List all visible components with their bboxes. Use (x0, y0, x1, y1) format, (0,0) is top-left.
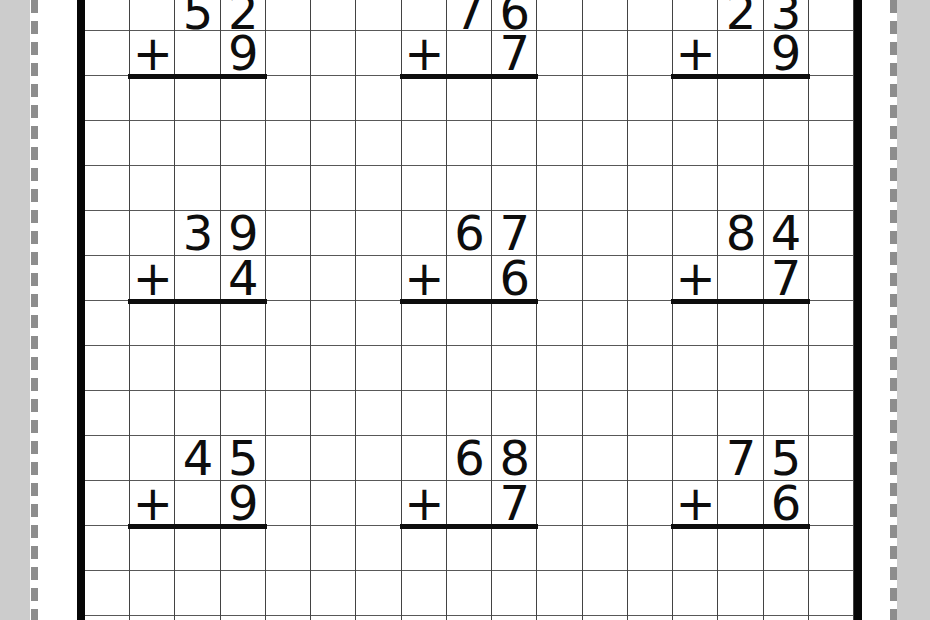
digit-tens: 6 (447, 211, 492, 256)
answer-line (128, 74, 267, 79)
digit-addend: 9 (764, 31, 809, 76)
digit-addend: 6 (492, 256, 537, 301)
cut-dash-line-right (890, 0, 897, 620)
plus-sign: + (673, 256, 718, 301)
digit-addend: 7 (764, 256, 809, 301)
plus-sign: + (402, 256, 447, 301)
cut-dash-line-left (31, 0, 38, 620)
worksheet-page: 52+976+723+939+467+684+745+968+775+6 (0, 0, 930, 620)
digit-addend: 9 (221, 481, 266, 526)
digit-tens: 2 (718, 0, 763, 35)
digit-tens: 7 (718, 436, 763, 481)
answer-line (400, 299, 539, 304)
plus-sign: + (130, 31, 175, 76)
answer-line (671, 524, 810, 529)
answer-line (400, 74, 539, 79)
problems-layer: 52+976+723+939+467+684+745+968+775+6 (85, 0, 854, 620)
digit-addend: 9 (221, 31, 266, 76)
digit-addend: 7 (492, 31, 537, 76)
page-margin-right (897, 0, 930, 620)
answer-line (400, 524, 539, 529)
answer-line (671, 74, 810, 79)
digit-tens: 8 (718, 211, 763, 256)
digit-tens: 3 (175, 211, 220, 256)
page-margin-left (0, 0, 30, 620)
digit-tens: 4 (175, 436, 220, 481)
digit-tens: 6 (447, 436, 492, 481)
plus-sign: + (673, 31, 718, 76)
digit-addend: 6 (764, 481, 809, 526)
worksheet-frame: 52+976+723+939+467+684+745+968+775+6 (77, 0, 862, 620)
digit-addend: 7 (492, 481, 537, 526)
digit-tens: 5 (175, 0, 220, 35)
digit-tens: 7 (447, 0, 492, 35)
plus-sign: + (130, 256, 175, 301)
digit-addend: 4 (221, 256, 266, 301)
answer-line (128, 524, 267, 529)
plus-sign: + (402, 31, 447, 76)
answer-line (671, 299, 810, 304)
plus-sign: + (130, 481, 175, 526)
plus-sign: + (673, 481, 718, 526)
plus-sign: + (402, 481, 447, 526)
answer-line (128, 299, 267, 304)
